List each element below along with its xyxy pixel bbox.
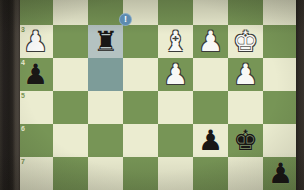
great-move-badge: ! (119, 13, 132, 26)
white-pawn[interactable]: ♟ (228, 58, 263, 91)
square-c3[interactable]: ♟ (193, 25, 228, 58)
black-king[interactable]: ♚ (228, 124, 263, 157)
square-c4[interactable] (193, 58, 228, 91)
square-f2[interactable] (88, 0, 123, 25)
white-pawn[interactable]: ♟ (193, 25, 228, 58)
square-g3[interactable] (53, 25, 88, 58)
square-g7[interactable] (53, 157, 88, 190)
black-pawn[interactable]: ♟ (193, 124, 228, 157)
square-a4[interactable] (263, 58, 298, 91)
square-h3[interactable]: 3♟ (18, 25, 53, 58)
square-a2[interactable] (263, 0, 298, 25)
square-g5[interactable] (53, 91, 88, 124)
square-d6[interactable] (158, 124, 193, 157)
square-e6[interactable] (123, 124, 158, 157)
square-b5[interactable] (228, 91, 263, 124)
square-b3[interactable]: ♚ (228, 25, 263, 58)
square-f4[interactable] (88, 58, 123, 91)
square-d3[interactable]: ♝ (158, 25, 193, 58)
square-c6[interactable]: ♟ (193, 124, 228, 157)
square-b6[interactable]: ♚ (228, 124, 263, 157)
square-f3[interactable]: ♜ (88, 25, 123, 58)
square-b2[interactable] (228, 0, 263, 25)
video-frame: 3♟♜♝♟♚4♟♟♟56♟♚7♟ ! (0, 0, 304, 190)
square-h4[interactable]: 4♟ (18, 58, 53, 91)
black-pawn[interactable]: ♟ (263, 157, 298, 190)
square-c2[interactable] (193, 0, 228, 25)
square-g4[interactable] (53, 58, 88, 91)
square-a6[interactable] (263, 124, 298, 157)
square-e5[interactable] (123, 91, 158, 124)
square-d2[interactable] (158, 0, 193, 25)
rank-label-7: 7 (21, 158, 25, 166)
square-e7[interactable] (123, 157, 158, 190)
square-c7[interactable] (193, 157, 228, 190)
square-a5[interactable] (263, 91, 298, 124)
square-b4[interactable]: ♟ (228, 58, 263, 91)
square-d7[interactable] (158, 157, 193, 190)
square-d4[interactable]: ♟ (158, 58, 193, 91)
black-rook[interactable]: ♜ (88, 25, 123, 58)
square-c5[interactable] (193, 91, 228, 124)
left-frame-edge (0, 0, 20, 190)
chess-board: 3♟♜♝♟♚4♟♟♟56♟♚7♟ (18, 0, 298, 190)
square-f5[interactable] (88, 91, 123, 124)
square-a3[interactable] (263, 25, 298, 58)
square-h6[interactable]: 6 (18, 124, 53, 157)
square-h7[interactable]: 7 (18, 157, 53, 190)
square-f6[interactable] (88, 124, 123, 157)
right-frame-edge (296, 0, 304, 190)
square-f7[interactable] (88, 157, 123, 190)
black-pawn[interactable]: ♟ (18, 58, 53, 91)
great-move-badge-label: ! (124, 14, 127, 25)
white-pawn[interactable]: ♟ (18, 25, 53, 58)
rank-label-6: 6 (21, 125, 25, 133)
square-e3[interactable] (123, 25, 158, 58)
square-h5[interactable]: 5 (18, 91, 53, 124)
square-g2[interactable] (53, 0, 88, 25)
white-king[interactable]: ♚ (228, 25, 263, 58)
square-d5[interactable] (158, 91, 193, 124)
square-a7[interactable]: ♟ (263, 157, 298, 190)
square-b7[interactable] (228, 157, 263, 190)
square-g6[interactable] (53, 124, 88, 157)
white-bishop[interactable]: ♝ (158, 25, 193, 58)
square-e4[interactable] (123, 58, 158, 91)
rank-label-5: 5 (21, 92, 25, 100)
white-pawn[interactable]: ♟ (158, 58, 193, 91)
square-h2[interactable] (18, 0, 53, 25)
